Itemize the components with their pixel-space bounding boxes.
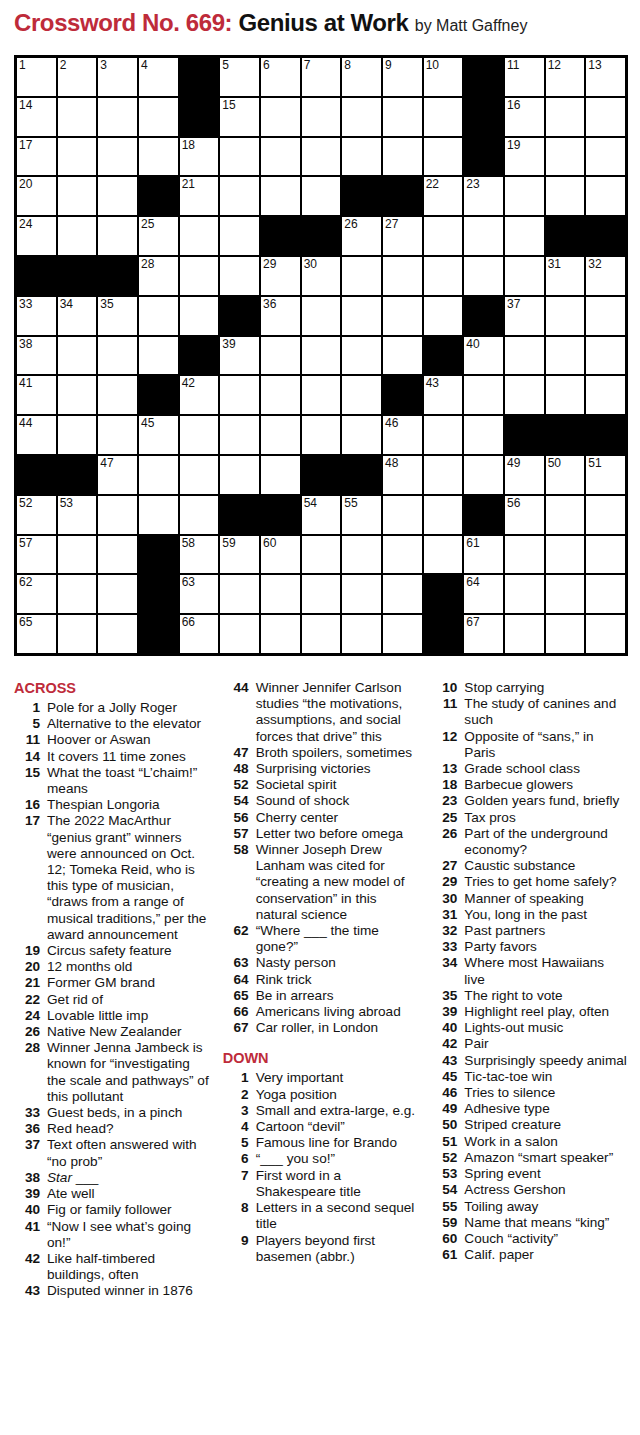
clue-number: 9: [223, 1233, 256, 1265]
grid-cell-r3c4[interactable]: [139, 138, 178, 176]
grid-cell-r9c9[interactable]: [342, 376, 381, 414]
clue-down-27: 27Caustic substance: [431, 858, 628, 874]
clue-down-43: 43Surprisingly speedy animal: [431, 1053, 628, 1069]
grid-cell-r1c1[interactable]: 1: [17, 58, 56, 96]
clue-across-16: 16Thespian Longoria: [14, 797, 211, 813]
grid-cell-r5c5[interactable]: [180, 217, 219, 255]
grid-cell-r7c14[interactable]: [546, 297, 585, 335]
grid-cell-r8c15[interactable]: [586, 337, 625, 375]
grid-cell-r6c11[interactable]: [424, 257, 463, 295]
grid-cell-r9c1[interactable]: 41: [17, 376, 56, 414]
cell-number: 37: [507, 297, 520, 311]
clue-text: Winner Jennifer Carlson studies “the mot…: [256, 680, 420, 745]
grid-cell-r7c2[interactable]: 34: [58, 297, 97, 335]
cell-number: 14: [19, 98, 32, 112]
grid-cell-r5c2[interactable]: [58, 217, 97, 255]
grid-cell-r3c6[interactable]: [220, 138, 259, 176]
grid-cell-r1c2[interactable]: 2: [58, 58, 97, 96]
grid-cell-r13c14[interactable]: [546, 536, 585, 574]
grid-cell-r2c15[interactable]: [586, 98, 625, 136]
black-square-r2c12: [464, 98, 503, 136]
clue-number: 21: [14, 975, 47, 991]
clue-text: Where most Hawaiians live: [464, 955, 628, 987]
grid-cell-r7c4[interactable]: [139, 297, 178, 335]
clue-number: 63: [223, 955, 256, 971]
grid-cell-r15c1[interactable]: 65: [17, 615, 56, 653]
clue-across-47: 47Broth spoilers, sometimes: [223, 745, 420, 761]
grid-cell-r8c13[interactable]: [505, 337, 544, 375]
clue-down-5: 5Famous line for Brando: [223, 1135, 420, 1151]
cell-number: 25: [141, 217, 154, 231]
clue-text: Cartoon “devil”: [256, 1119, 420, 1135]
grid-cell-r2c3[interactable]: [98, 98, 137, 136]
grid-cell-r1c10[interactable]: 9: [383, 58, 422, 96]
title-series: Crossword No. 669:: [14, 9, 232, 36]
grid-cell-r14c12[interactable]: 64: [464, 575, 503, 613]
grid-cell-r5c1[interactable]: 24: [17, 217, 56, 255]
grid-cell-r11c13[interactable]: 49: [505, 456, 544, 494]
grid-cell-r15c8[interactable]: [302, 615, 341, 653]
grid-cell-r8c7[interactable]: [261, 337, 300, 375]
clue-down-33: 33Party favors: [431, 939, 628, 955]
clue-down-55: 55Toiling away: [431, 1199, 628, 1215]
grid-cell-r4c6[interactable]: [220, 177, 259, 215]
grid-cell-r9c14[interactable]: [546, 376, 585, 414]
grid-cell-r2c2[interactable]: [58, 98, 97, 136]
clue-number: 17: [14, 813, 47, 943]
cell-number: 39: [222, 337, 235, 351]
clue-across-17: 17The 2022 MacArthur “genius grant” winn…: [14, 813, 211, 943]
grid-cell-r13c12[interactable]: 61: [464, 536, 503, 574]
clue-number: 8: [223, 1200, 256, 1232]
grid-cell-r12c14[interactable]: [546, 496, 585, 534]
grid-cell-r15c10[interactable]: [383, 615, 422, 653]
grid-cell-r9c2[interactable]: [58, 376, 97, 414]
grid-cell-r7c15[interactable]: [586, 297, 625, 335]
grid-cell-r3c10[interactable]: [383, 138, 422, 176]
grid-cell-r6c12[interactable]: [464, 257, 503, 295]
cell-number: 33: [19, 297, 32, 311]
grid-cell-r4c15[interactable]: [586, 177, 625, 215]
grid-cell-r14c6[interactable]: [220, 575, 259, 613]
grid-cell-r10c10[interactable]: 46: [383, 416, 422, 454]
grid-cell-r14c5[interactable]: 63: [180, 575, 219, 613]
grid-cell-r11c3[interactable]: 47: [98, 456, 137, 494]
grid-cell-r7c1[interactable]: 33: [17, 297, 56, 335]
grid-cell-r10c9[interactable]: [342, 416, 381, 454]
clue-text: Toiling away: [464, 1199, 628, 1215]
grid-cell-r9c8[interactable]: [302, 376, 341, 414]
grid-cell-r6c15[interactable]: 32: [586, 257, 625, 295]
grid-cell-r15c14[interactable]: [546, 615, 585, 653]
grid-cell-r11c5[interactable]: [180, 456, 219, 494]
cell-number: 29: [263, 257, 276, 271]
grid-cell-r2c10[interactable]: [383, 98, 422, 136]
grid-cell-r9c7[interactable]: [261, 376, 300, 414]
black-square-r10c13: [505, 416, 544, 454]
clue-across-63: 63Nasty person: [223, 955, 420, 971]
grid-cell-r12c5[interactable]: [180, 496, 219, 534]
grid-cell-r4c3[interactable]: [98, 177, 137, 215]
clue-text: 12 months old: [47, 959, 211, 975]
clue-text: Surprising victories: [256, 761, 420, 777]
grid-cell-r6c6[interactable]: [220, 257, 259, 295]
grid-cell-r1c7[interactable]: 6: [261, 58, 300, 96]
grid-cell-r15c9[interactable]: [342, 615, 381, 653]
grid-cell-r6c5[interactable]: [180, 257, 219, 295]
cell-number: 11: [507, 58, 519, 72]
grid-cell-r8c3[interactable]: [98, 337, 137, 375]
cell-number: 43: [426, 376, 439, 390]
grid-cell-r13c2[interactable]: [58, 536, 97, 574]
grid-cell-r2c6[interactable]: 15: [220, 98, 259, 136]
grid-cell-r6c13[interactable]: [505, 257, 544, 295]
grid-cell-r14c7[interactable]: [261, 575, 300, 613]
grid-cell-r11c7[interactable]: [261, 456, 300, 494]
clue-number: 19: [14, 943, 47, 959]
cell-number: 1: [19, 58, 26, 72]
grid-cell-r12c2[interactable]: 53: [58, 496, 97, 534]
grid-cell-r1c9[interactable]: 8: [342, 58, 381, 96]
clue-text: Famous line for Brando: [256, 1135, 420, 1151]
grid-cell-r5c13[interactable]: [505, 217, 544, 255]
clue-down-34: 34Where most Hawaiians live: [431, 955, 628, 987]
grid-cell-r11c10[interactable]: 48: [383, 456, 422, 494]
cell-number: 53: [60, 496, 73, 510]
grid-cell-r4c8[interactable]: [302, 177, 341, 215]
grid-cell-r13c7[interactable]: 60: [261, 536, 300, 574]
grid-cell-r12c4[interactable]: [139, 496, 178, 534]
grid-cell-r8c10[interactable]: [383, 337, 422, 375]
grid-cell-r1c6[interactable]: 5: [220, 58, 259, 96]
grid-cell-r13c9[interactable]: [342, 536, 381, 574]
clue-text: “Where ___ the time gone?”: [256, 923, 420, 955]
grid-cell-r9c12[interactable]: [464, 376, 503, 414]
grid-cell-r8c14[interactable]: [546, 337, 585, 375]
grid-cell-r10c8[interactable]: [302, 416, 341, 454]
grid-cell-r12c3[interactable]: [98, 496, 137, 534]
cell-number: 38: [19, 337, 32, 351]
grid-cell-r15c3[interactable]: [98, 615, 137, 653]
grid-cell-r2c14[interactable]: [546, 98, 585, 136]
clue-across-20: 2012 months old: [14, 959, 211, 975]
grid-cell-r10c6[interactable]: [220, 416, 259, 454]
clue-down-52: 52Amazon “smart speaker”: [431, 1150, 628, 1166]
cell-number: 55: [344, 496, 357, 510]
grid-cell-r5c10[interactable]: 27: [383, 217, 422, 255]
grid-cell-r13c11[interactable]: [424, 536, 463, 574]
grid-cell-r12c1[interactable]: 52: [17, 496, 56, 534]
grid-cell-r6c9[interactable]: [342, 257, 381, 295]
clue-text: Pole for a Jolly Roger: [47, 700, 211, 716]
clue-number: 4: [223, 1119, 256, 1135]
black-square-r4c4: [139, 177, 178, 215]
grid-cell-r2c4[interactable]: [139, 98, 178, 136]
grid-cell-r7c8[interactable]: [302, 297, 341, 335]
grid-cell-r9c6[interactable]: [220, 376, 259, 414]
grid-cell-r3c8[interactable]: [302, 138, 341, 176]
grid-cell-r11c11[interactable]: [424, 456, 463, 494]
cell-number: 18: [182, 138, 195, 152]
grid-cell-r10c11[interactable]: [424, 416, 463, 454]
grid-cell-r7c7[interactable]: 36: [261, 297, 300, 335]
grid-cell-r1c8[interactable]: 7: [302, 58, 341, 96]
grid-cell-r8c1[interactable]: 38: [17, 337, 56, 375]
grid-cell-r3c7[interactable]: [261, 138, 300, 176]
clue-across-42: 42Like half-timbered buildings, often: [14, 1251, 211, 1283]
cell-number: 41: [19, 376, 32, 390]
grid-cell-r10c4[interactable]: 45: [139, 416, 178, 454]
grid-cell-r1c13[interactable]: 11: [505, 58, 544, 96]
grid-cell-r14c13[interactable]: [505, 575, 544, 613]
clue-across-15: 15What the toast “L’chaim!” means: [14, 765, 211, 797]
black-square-r5c15: [586, 217, 625, 255]
grid-cell-r6c7[interactable]: 29: [261, 257, 300, 295]
grid-cell-r2c13[interactable]: 16: [505, 98, 544, 136]
clue-text: Cherry center: [256, 810, 420, 826]
grid-cell-r14c9[interactable]: [342, 575, 381, 613]
grid-cell-r14c14[interactable]: [546, 575, 585, 613]
black-square-r14c4: [139, 575, 178, 613]
black-square-r9c10: [383, 376, 422, 414]
cell-number: 19: [507, 138, 520, 152]
grid-cell-r9c15[interactable]: [586, 376, 625, 414]
clue-down-39: 39Highlight reel play, often: [431, 1004, 628, 1020]
grid-cell-r12c13[interactable]: 56: [505, 496, 544, 534]
grid-cell-r8c4[interactable]: [139, 337, 178, 375]
grid-cell-r3c3[interactable]: [98, 138, 137, 176]
clue-number: 49: [431, 1101, 464, 1117]
grid-cell-r11c15[interactable]: 51: [586, 456, 625, 494]
cell-number: 34: [60, 297, 73, 311]
grid-cell-r14c8[interactable]: [302, 575, 341, 613]
clue-down-31: 31You, long in the past: [431, 907, 628, 923]
clue-across-39: 39Ate well: [14, 1186, 211, 1202]
clue-number: 5: [14, 716, 47, 732]
grid-cell-r1c14[interactable]: 12: [546, 58, 585, 96]
grid-cell-r7c9[interactable]: [342, 297, 381, 335]
grid-cell-r6c8[interactable]: 30: [302, 257, 341, 295]
grid-cell-r15c6[interactable]: [220, 615, 259, 653]
grid-cell-r5c3[interactable]: [98, 217, 137, 255]
grid-cell-r13c10[interactable]: [383, 536, 422, 574]
clue-across-5: 5Alternative to the elevator: [14, 716, 211, 732]
grid-cell-r9c3[interactable]: [98, 376, 137, 414]
clue-text: Pair: [464, 1036, 628, 1052]
grid-cell-r3c13[interactable]: 19: [505, 138, 544, 176]
clue-down-51: 51Work in a salon: [431, 1134, 628, 1150]
grid-cell-r3c15[interactable]: [586, 138, 625, 176]
grid-cell-r13c13[interactable]: [505, 536, 544, 574]
grid-cell-r13c6[interactable]: 59: [220, 536, 259, 574]
cell-number: 51: [588, 456, 601, 470]
cell-number: 66: [182, 615, 195, 629]
grid-cell-r14c1[interactable]: 62: [17, 575, 56, 613]
grid-cell-r14c10[interactable]: [383, 575, 422, 613]
clue-across-33: 33Guest beds, in a pinch: [14, 1105, 211, 1121]
clue-text: “___ you so!”: [256, 1151, 420, 1167]
grid-cell-r2c8[interactable]: [302, 98, 341, 136]
grid-cell-r1c3[interactable]: 3: [98, 58, 137, 96]
grid-cell-r1c15[interactable]: 13: [586, 58, 625, 96]
clue-text: Surprisingly speedy animal: [464, 1053, 628, 1069]
grid-cell-r5c4[interactable]: 25: [139, 217, 178, 255]
grid-cell-r1c4[interactable]: 4: [139, 58, 178, 96]
grid-cell-r12c15[interactable]: [586, 496, 625, 534]
title-puzzle: Genius at Work: [238, 9, 408, 36]
grid-cell-r4c5[interactable]: 21: [180, 177, 219, 215]
grid-cell-r7c5[interactable]: [180, 297, 219, 335]
grid-cell-r10c3[interactable]: [98, 416, 137, 454]
clue-down-54: 54Actress Gershon: [431, 1182, 628, 1198]
grid-cell-r3c11[interactable]: [424, 138, 463, 176]
clue-text: Fig or family follower: [47, 1202, 211, 1218]
grid-cell-r7c11[interactable]: [424, 297, 463, 335]
clue-text: Red head?: [47, 1121, 211, 1137]
black-square-r12c7: [261, 496, 300, 534]
grid-cell-r10c12[interactable]: [464, 416, 503, 454]
clue-text: Tic-tac-toe win: [464, 1069, 628, 1085]
grid-cell-r12c11[interactable]: [424, 496, 463, 534]
grid-cell-r13c3[interactable]: [98, 536, 137, 574]
grid-cell-r2c1[interactable]: 14: [17, 98, 56, 136]
clue-number: 48: [223, 761, 256, 777]
grid-cell-r15c12[interactable]: 67: [464, 615, 503, 653]
grid-cell-r6c14[interactable]: 31: [546, 257, 585, 295]
grid-cell-r9c13[interactable]: [505, 376, 544, 414]
grid-cell-r8c9[interactable]: [342, 337, 381, 375]
grid-cell-r1c11[interactable]: 10: [424, 58, 463, 96]
grid-cell-r2c7[interactable]: [261, 98, 300, 136]
cell-number: 27: [385, 217, 398, 231]
cell-number: 12: [548, 58, 561, 72]
grid-cell-r3c1[interactable]: 17: [17, 138, 56, 176]
clue-text: Tax pros: [464, 810, 628, 826]
clue-text: Letters in a second sequel title: [256, 1200, 420, 1232]
grid-cell-r5c6[interactable]: [220, 217, 259, 255]
grid-cell-r11c6[interactable]: [220, 456, 259, 494]
grid-cell-r2c11[interactable]: [424, 98, 463, 136]
clue-number: 54: [223, 793, 256, 809]
grid-cell-r4c11[interactable]: 22: [424, 177, 463, 215]
grid-cell-r3c5[interactable]: 18: [180, 138, 219, 176]
clue-text: Tries to silence: [464, 1085, 628, 1101]
clue-text: Calif. paper: [464, 1247, 628, 1263]
grid-cell-r14c2[interactable]: [58, 575, 97, 613]
clue-text: Ate well: [47, 1186, 211, 1202]
clue-text: First word in a Shakespeare title: [256, 1168, 420, 1200]
clue-down-12: 12Opposite of “sans,” in Paris: [431, 729, 628, 761]
cell-number: 42: [182, 376, 195, 390]
grid-cell-r11c12[interactable]: [464, 456, 503, 494]
clue-number: 29: [431, 874, 464, 890]
grid-cell-r13c8[interactable]: [302, 536, 341, 574]
grid-cell-r15c2[interactable]: [58, 615, 97, 653]
grid-cell-r7c10[interactable]: [383, 297, 422, 335]
cell-number: 60: [263, 536, 276, 550]
cell-number: 57: [19, 536, 32, 550]
grid-cell-r5c11[interactable]: [424, 217, 463, 255]
black-square-r1c12: [464, 58, 503, 96]
grid-cell-r10c5[interactable]: [180, 416, 219, 454]
grid-cell-r6c10[interactable]: [383, 257, 422, 295]
grid-cell-r3c2[interactable]: [58, 138, 97, 176]
grid-cell-r9c5[interactable]: 42: [180, 376, 219, 414]
clue-text: Golden years fund, briefly: [464, 793, 628, 809]
grid-cell-r10c7[interactable]: [261, 416, 300, 454]
grid-cell-r14c15[interactable]: [586, 575, 625, 613]
grid-cell-r10c1[interactable]: 44: [17, 416, 56, 454]
clue-number: 14: [14, 749, 47, 765]
black-square-r4c9: [342, 177, 381, 215]
grid-cell-r13c5[interactable]: 58: [180, 536, 219, 574]
grid-cell-r3c9[interactable]: [342, 138, 381, 176]
grid-cell-r11c4[interactable]: [139, 456, 178, 494]
grid-cell-r7c3[interactable]: 35: [98, 297, 137, 335]
grid-cell-r7c13[interactable]: 37: [505, 297, 544, 335]
grid-cell-r8c12[interactable]: 40: [464, 337, 503, 375]
grid-cell-r8c8[interactable]: [302, 337, 341, 375]
grid-cell-r13c15[interactable]: [586, 536, 625, 574]
clue-text: The study of canines and such: [464, 696, 628, 728]
grid-cell-r8c6[interactable]: 39: [220, 337, 259, 375]
clue-text: Amazon “smart speaker”: [464, 1150, 628, 1166]
grid-cell-r2c9[interactable]: [342, 98, 381, 136]
grid-cell-r4c7[interactable]: [261, 177, 300, 215]
grid-cell-r12c10[interactable]: [383, 496, 422, 534]
grid-cell-r6c4[interactable]: 28: [139, 257, 178, 295]
grid-cell-r9c11[interactable]: 43: [424, 376, 463, 414]
grid-cell-r13c1[interactable]: 57: [17, 536, 56, 574]
grid-cell-r5c9[interactable]: 26: [342, 217, 381, 255]
grid-cell-r5c12[interactable]: [464, 217, 503, 255]
grid-cell-r4c2[interactable]: [58, 177, 97, 215]
black-square-r3c12: [464, 138, 503, 176]
grid-cell-r4c1[interactable]: 20: [17, 177, 56, 215]
clue-down-18: 18Barbecue glowers: [431, 777, 628, 793]
grid-cell-r10c2[interactable]: [58, 416, 97, 454]
grid-cell-r4c12[interactable]: 23: [464, 177, 503, 215]
grid-cell-r15c13[interactable]: [505, 615, 544, 653]
clue-down-9: 9Players beyond first basemen (abbr.): [223, 1233, 420, 1265]
grid-cell-r14c3[interactable]: [98, 575, 137, 613]
clue-text: Work in a salon: [464, 1134, 628, 1150]
cell-number: 54: [304, 496, 317, 510]
cell-number: 61: [466, 536, 479, 550]
clue-number: 1: [14, 700, 47, 716]
grid-cell-r11c14[interactable]: 50: [546, 456, 585, 494]
grid-cell-r15c15[interactable]: [586, 615, 625, 653]
cell-number: 15: [222, 98, 235, 112]
black-square-r5c14: [546, 217, 585, 255]
cell-number: 30: [304, 257, 317, 271]
cell-number: 28: [141, 257, 154, 271]
grid-cell-r8c2[interactable]: [58, 337, 97, 375]
cell-number: 7: [304, 58, 311, 72]
grid-cell-r15c7[interactable]: [261, 615, 300, 653]
grid-cell-r4c14[interactable]: [546, 177, 585, 215]
grid-cell-r15c5[interactable]: 66: [180, 615, 219, 653]
cell-number: 4: [141, 58, 148, 72]
clue-across-26: 26Native New Zealander: [14, 1024, 211, 1040]
grid-cell-r12c8[interactable]: 54: [302, 496, 341, 534]
grid-cell-r3c14[interactable]: [546, 138, 585, 176]
grid-cell-r12c9[interactable]: 55: [342, 496, 381, 534]
cell-number: 62: [19, 575, 32, 589]
grid-cell-r4c13[interactable]: [505, 177, 544, 215]
clue-text: What the toast “L’chaim!” means: [47, 765, 211, 797]
crossword-grid: 1234567891011121314151617181920212223242…: [14, 55, 628, 656]
